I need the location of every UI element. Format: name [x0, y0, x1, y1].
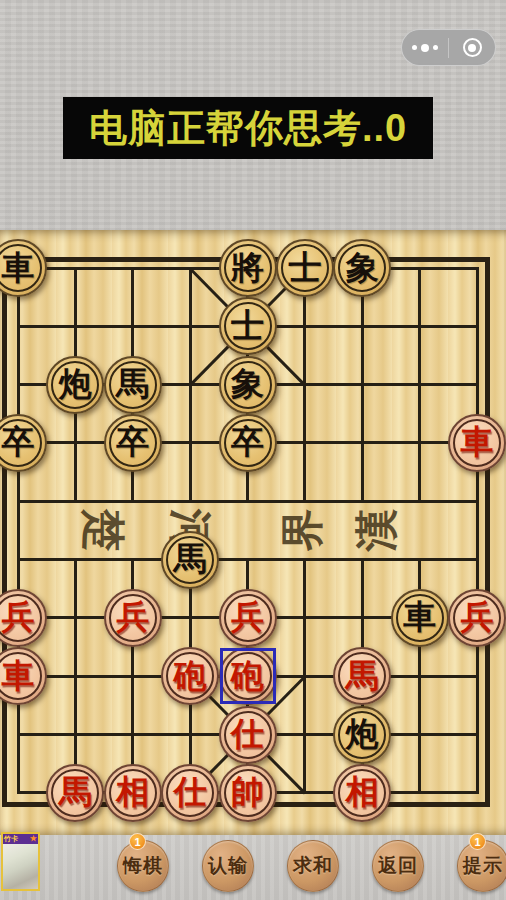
piece-black-象[interactable]: 象: [333, 239, 391, 297]
piece-black-馬[interactable]: 馬: [104, 356, 162, 414]
piece-black-馬[interactable]: 馬: [161, 531, 219, 589]
star-point-marker: [341, 616, 357, 619]
more-options-button[interactable]: [402, 30, 448, 65]
star-point-marker: [399, 675, 415, 678]
piece-red-兵[interactable]: 兵: [104, 589, 162, 647]
resign-button[interactable]: 认输: [202, 840, 254, 892]
piece-black-炮[interactable]: 炮: [46, 356, 104, 414]
piece-black-車[interactable]: 車: [391, 589, 449, 647]
piece-red-馬[interactable]: 馬: [46, 764, 104, 822]
star-point-marker: [425, 383, 441, 386]
avatar-banner: 竹卡 ★: [3, 834, 38, 844]
star-point-marker: [361, 422, 364, 438]
wechat-capsule: [401, 29, 496, 66]
piece-red-車[interactable]: 車: [448, 414, 506, 472]
star-point-marker: [74, 681, 77, 697]
piece-red-仕[interactable]: 仕: [219, 706, 277, 764]
star-point-marker: [74, 655, 77, 671]
star-point-marker: [367, 441, 383, 444]
bottom-toolbar: 竹卡 ★ 1 悔棋 认输 求和 返回 1 提示: [0, 835, 506, 900]
player-avatar[interactable]: 竹卡 ★: [1, 832, 40, 891]
xiangqi-board[interactable]: 楚 河 界 漢 車將士象士炮馬象卒卒卒馬車炮車兵兵兵兵車砲砲馬仕馬相仕帥相: [0, 230, 506, 835]
star-point-marker: [399, 383, 415, 386]
status-banner: 电脑正帮你思考..0: [63, 97, 433, 159]
piece-red-相[interactable]: 相: [104, 764, 162, 822]
piece-black-炮[interactable]: 炮: [333, 706, 391, 764]
piece-red-帥[interactable]: 帥: [219, 764, 277, 822]
star-point-marker: [361, 448, 364, 464]
hint-badge: 1: [469, 833, 486, 850]
river-char-chu: 楚: [75, 502, 131, 558]
piece-black-士[interactable]: 士: [219, 297, 277, 355]
piece-black-象[interactable]: 象: [219, 356, 277, 414]
undo-button[interactable]: 1 悔棋: [117, 840, 169, 892]
star-point-marker: [341, 441, 357, 444]
star-point-marker: [418, 364, 421, 380]
app-screen: 电脑正帮你思考..0 楚 河 界 漢 車將士象士炮馬象卒卒卒馬車炮車兵兵兵兵車砲…: [0, 0, 506, 900]
star-icon: ★: [30, 834, 37, 844]
back-button[interactable]: 返回: [372, 840, 424, 892]
undo-badge: 1: [129, 833, 146, 850]
river-char-han: 漢: [349, 502, 405, 558]
target-circle-icon: [463, 38, 482, 57]
avatar-banner-text: 竹卡: [4, 834, 18, 844]
ellipsis-icon: [412, 44, 438, 52]
piece-black-將[interactable]: 將: [219, 239, 277, 297]
piece-red-兵[interactable]: 兵: [448, 589, 506, 647]
star-point-marker: [361, 623, 364, 639]
star-point-marker: [425, 675, 441, 678]
star-point-marker: [54, 675, 70, 678]
piece-red-兵[interactable]: 兵: [219, 589, 277, 647]
piece-red-仕[interactable]: 仕: [161, 764, 219, 822]
piece-black-卒[interactable]: 卒: [219, 414, 277, 472]
star-point-marker: [418, 681, 421, 697]
star-point-marker: [418, 390, 421, 406]
close-miniprogram-button[interactable]: [449, 30, 495, 65]
piece-black-士[interactable]: 士: [276, 239, 334, 297]
river-char-jie: 界: [275, 502, 331, 558]
star-point-marker: [361, 597, 364, 613]
piece-red-砲[interactable]: 砲: [219, 647, 277, 705]
draw-button[interactable]: 求和: [287, 840, 339, 892]
piece-red-相[interactable]: 相: [333, 764, 391, 822]
piece-black-卒[interactable]: 卒: [104, 414, 162, 472]
star-point-marker: [80, 675, 96, 678]
avatar-photo: [3, 844, 38, 891]
star-point-marker: [367, 616, 383, 619]
hint-button[interactable]: 1 提示: [457, 840, 506, 892]
star-point-marker: [418, 655, 421, 671]
